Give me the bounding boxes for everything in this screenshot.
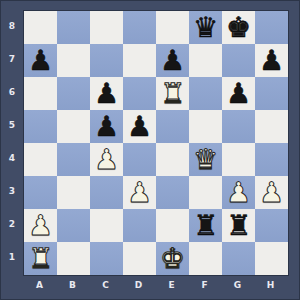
- square-a6[interactable]: [24, 77, 57, 110]
- square-e8[interactable]: [156, 11, 189, 44]
- square-e1[interactable]: ♚: [156, 242, 189, 275]
- square-h6[interactable]: [255, 77, 288, 110]
- square-b2[interactable]: [57, 209, 90, 242]
- square-a8[interactable]: [24, 11, 57, 44]
- piece-black-pawn[interactable]: ♟: [94, 77, 119, 110]
- square-h7[interactable]: ♟: [255, 44, 288, 77]
- square-b8[interactable]: [57, 11, 90, 44]
- square-f5[interactable]: [189, 110, 222, 143]
- piece-white-rook[interactable]: ♜: [160, 77, 185, 110]
- file-label-a: A: [23, 276, 56, 296]
- file-label-d: D: [122, 276, 155, 296]
- square-f3[interactable]: [189, 176, 222, 209]
- square-h2[interactable]: [255, 209, 288, 242]
- square-e4[interactable]: [156, 143, 189, 176]
- piece-black-rook[interactable]: ♜: [226, 209, 251, 242]
- file-label-f: F: [188, 276, 221, 296]
- square-c7[interactable]: [90, 44, 123, 77]
- square-g3[interactable]: ♟: [222, 176, 255, 209]
- square-g5[interactable]: [222, 110, 255, 143]
- piece-white-pawn[interactable]: ♟: [94, 143, 119, 176]
- square-c4[interactable]: ♟: [90, 143, 123, 176]
- square-d4[interactable]: [123, 143, 156, 176]
- square-g1[interactable]: [222, 242, 255, 275]
- rank-labels: 87654321: [1, 10, 23, 274]
- square-d2[interactable]: [123, 209, 156, 242]
- piece-white-pawn[interactable]: ♟: [127, 176, 152, 209]
- file-label-c: C: [89, 276, 122, 296]
- square-f4[interactable]: ♛: [189, 143, 222, 176]
- square-g4[interactable]: [222, 143, 255, 176]
- square-e6[interactable]: ♜: [156, 77, 189, 110]
- piece-black-king[interactable]: ♚: [226, 11, 251, 44]
- square-c8[interactable]: [90, 11, 123, 44]
- chess-diagram: 87654321 ♛♚♟♟♟♟♜♟♟♟♟♛♟♟♟♟♜♜♜♚ ABCDEFGH: [0, 0, 300, 300]
- file-labels: ABCDEFGH: [23, 276, 287, 296]
- piece-black-pawn[interactable]: ♟: [259, 44, 284, 77]
- rank-label-6: 6: [1, 76, 23, 109]
- rank-label-3: 3: [1, 175, 23, 208]
- rank-label-5: 5: [1, 109, 23, 142]
- square-e2[interactable]: [156, 209, 189, 242]
- square-c2[interactable]: [90, 209, 123, 242]
- square-d5[interactable]: ♟: [123, 110, 156, 143]
- square-d6[interactable]: [123, 77, 156, 110]
- square-c5[interactable]: ♟: [90, 110, 123, 143]
- rank-label-7: 7: [1, 43, 23, 76]
- square-f8[interactable]: ♛: [189, 11, 222, 44]
- rank-label-2: 2: [1, 208, 23, 241]
- square-a1[interactable]: ♜: [24, 242, 57, 275]
- piece-white-queen[interactable]: ♛: [193, 143, 218, 176]
- square-g8[interactable]: ♚: [222, 11, 255, 44]
- rank-label-1: 1: [1, 241, 23, 274]
- square-b5[interactable]: [57, 110, 90, 143]
- square-h5[interactable]: [255, 110, 288, 143]
- file-label-b: B: [56, 276, 89, 296]
- piece-black-pawn[interactable]: ♟: [226, 77, 251, 110]
- square-g6[interactable]: ♟: [222, 77, 255, 110]
- square-b7[interactable]: [57, 44, 90, 77]
- piece-black-rook[interactable]: ♜: [193, 209, 218, 242]
- square-e7[interactable]: ♟: [156, 44, 189, 77]
- square-c6[interactable]: ♟: [90, 77, 123, 110]
- piece-white-rook[interactable]: ♜: [28, 242, 53, 275]
- rank-label-4: 4: [1, 142, 23, 175]
- piece-black-pawn[interactable]: ♟: [94, 110, 119, 143]
- square-b4[interactable]: [57, 143, 90, 176]
- file-label-g: G: [221, 276, 254, 296]
- piece-black-pawn[interactable]: ♟: [28, 44, 53, 77]
- square-a7[interactable]: ♟: [24, 44, 57, 77]
- square-a4[interactable]: [24, 143, 57, 176]
- square-e5[interactable]: [156, 110, 189, 143]
- square-d3[interactable]: ♟: [123, 176, 156, 209]
- square-e3[interactable]: [156, 176, 189, 209]
- square-b1[interactable]: [57, 242, 90, 275]
- square-h3[interactable]: ♟: [255, 176, 288, 209]
- square-g2[interactable]: ♜: [222, 209, 255, 242]
- chess-board: ♛♚♟♟♟♟♜♟♟♟♟♛♟♟♟♟♜♜♜♚: [23, 10, 289, 276]
- square-f2[interactable]: ♜: [189, 209, 222, 242]
- square-a2[interactable]: ♟: [24, 209, 57, 242]
- piece-white-pawn[interactable]: ♟: [259, 176, 284, 209]
- square-h1[interactable]: [255, 242, 288, 275]
- square-b3[interactable]: [57, 176, 90, 209]
- piece-white-pawn[interactable]: ♟: [28, 209, 53, 242]
- piece-black-pawn[interactable]: ♟: [160, 44, 185, 77]
- square-a5[interactable]: [24, 110, 57, 143]
- square-c3[interactable]: [90, 176, 123, 209]
- piece-black-pawn[interactable]: ♟: [127, 110, 152, 143]
- square-f1[interactable]: [189, 242, 222, 275]
- square-a3[interactable]: [24, 176, 57, 209]
- square-d7[interactable]: [123, 44, 156, 77]
- square-d1[interactable]: [123, 242, 156, 275]
- square-f7[interactable]: [189, 44, 222, 77]
- square-h4[interactable]: [255, 143, 288, 176]
- square-f6[interactable]: [189, 77, 222, 110]
- piece-white-king[interactable]: ♚: [160, 242, 185, 275]
- square-g7[interactable]: [222, 44, 255, 77]
- file-label-e: E: [155, 276, 188, 296]
- piece-black-queen[interactable]: ♛: [193, 11, 218, 44]
- piece-white-pawn[interactable]: ♟: [226, 176, 251, 209]
- rank-label-8: 8: [1, 10, 23, 43]
- square-d8[interactable]: [123, 11, 156, 44]
- square-h8[interactable]: [255, 11, 288, 44]
- square-b6[interactable]: [57, 77, 90, 110]
- square-c1[interactable]: [90, 242, 123, 275]
- file-label-h: H: [254, 276, 287, 296]
